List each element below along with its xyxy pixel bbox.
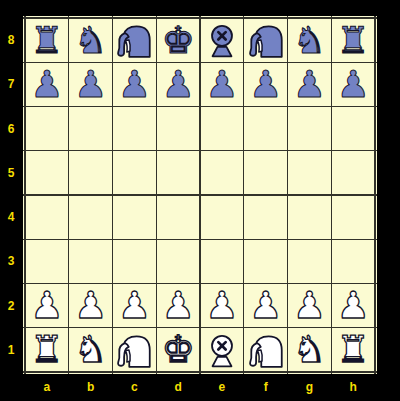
square-h7[interactable]: ♟	[331, 62, 375, 106]
square-g1[interactable]: ♞	[288, 328, 332, 372]
square-e1[interactable]	[200, 328, 244, 372]
square-c7[interactable]: ♟	[113, 62, 157, 106]
square-e6[interactable]	[200, 107, 244, 151]
rank-label-1: 1	[0, 328, 22, 372]
square-f7[interactable]: ♟	[244, 62, 288, 106]
square-h3[interactable]	[331, 239, 375, 283]
square-a5[interactable]	[25, 151, 69, 195]
square-d1[interactable]: ♚	[156, 328, 200, 372]
white-pawn-icon: ♟	[293, 287, 326, 324]
white-knight-icon: ♞	[293, 331, 326, 368]
black-pawn-icon: ♟	[30, 66, 63, 103]
square-c8[interactable]	[113, 18, 157, 62]
white-pawn-icon: ♟	[74, 287, 107, 324]
square-e7[interactable]: ♟	[200, 62, 244, 106]
file-label-g: g	[288, 374, 332, 400]
square-b5[interactable]	[69, 151, 113, 195]
white-pawn-icon: ♟	[337, 287, 370, 324]
rank-label-5: 5	[0, 151, 22, 195]
white-pawn-icon: ♟	[162, 287, 195, 324]
file-label-c: c	[113, 374, 157, 400]
square-h5[interactable]	[331, 151, 375, 195]
square-f4[interactable]	[244, 195, 288, 239]
black-king-icon: ♚	[162, 22, 195, 59]
square-g3[interactable]	[288, 239, 332, 283]
file-labels: abcdefgh	[25, 374, 375, 400]
square-f6[interactable]	[244, 107, 288, 151]
square-e2[interactable]: ♟	[200, 284, 244, 328]
black-rook-icon: ♜	[337, 22, 370, 59]
square-c4[interactable]	[113, 195, 157, 239]
white-rook-icon: ♜	[30, 331, 63, 368]
file-label-e: e	[200, 374, 244, 400]
white-ferz-icon	[201, 329, 243, 371]
square-b2[interactable]: ♟	[69, 284, 113, 328]
square-g6[interactable]	[288, 107, 332, 151]
shatranj-diagram: 87654321 ♜♞ ♚ ♞♜♟♟♟♟♟♟♟♟♟♟♟♟♟♟♟♟♜♞ ♚ ♞♜ …	[0, 0, 400, 401]
game-board: ♜♞ ♚ ♞♜♟♟♟♟♟♟♟♟♟♟♟♟♟♟♟♟♜♞ ♚ ♞♜	[23, 16, 377, 374]
square-b3[interactable]	[69, 239, 113, 283]
square-e5[interactable]	[200, 151, 244, 195]
square-g5[interactable]	[288, 151, 332, 195]
white-elephant-icon	[113, 329, 155, 371]
square-h4[interactable]	[331, 195, 375, 239]
square-a1[interactable]: ♜	[25, 328, 69, 372]
square-a4[interactable]	[25, 195, 69, 239]
rank-labels: 87654321	[0, 18, 22, 372]
square-b7[interactable]: ♟	[69, 62, 113, 106]
square-b8[interactable]: ♞	[69, 18, 113, 62]
square-g7[interactable]: ♟	[288, 62, 332, 106]
black-pawn-icon: ♟	[162, 66, 195, 103]
square-c1[interactable]	[113, 328, 157, 372]
square-e3[interactable]	[200, 239, 244, 283]
square-g2[interactable]: ♟	[288, 284, 332, 328]
square-d8[interactable]: ♚	[156, 18, 200, 62]
black-pawn-icon: ♟	[249, 66, 282, 103]
square-d7[interactable]: ♟	[156, 62, 200, 106]
square-c3[interactable]	[113, 239, 157, 283]
black-pawn-icon: ♟	[118, 66, 151, 103]
square-f5[interactable]	[244, 151, 288, 195]
white-pawn-icon: ♟	[205, 287, 238, 324]
square-g8[interactable]: ♞	[288, 18, 332, 62]
square-d2[interactable]: ♟	[156, 284, 200, 328]
white-elephant-icon	[245, 329, 287, 371]
square-d6[interactable]	[156, 107, 200, 151]
black-ferz-icon	[201, 19, 243, 61]
file-label-d: d	[156, 374, 200, 400]
rank-label-6: 6	[0, 107, 22, 151]
black-pawn-icon: ♟	[74, 66, 107, 103]
square-g4[interactable]	[288, 195, 332, 239]
square-a8[interactable]: ♜	[25, 18, 69, 62]
square-f1[interactable]	[244, 328, 288, 372]
square-b1[interactable]: ♞	[69, 328, 113, 372]
rank-label-3: 3	[0, 239, 22, 283]
file-label-h: h	[331, 374, 375, 400]
black-pawn-icon: ♟	[293, 66, 326, 103]
square-b4[interactable]	[69, 195, 113, 239]
square-f2[interactable]: ♟	[244, 284, 288, 328]
square-h2[interactable]: ♟	[331, 284, 375, 328]
square-a2[interactable]: ♟	[25, 284, 69, 328]
black-pawn-icon: ♟	[205, 66, 238, 103]
black-elephant-icon	[245, 19, 287, 61]
black-pawn-icon: ♟	[337, 66, 370, 103]
square-c5[interactable]	[113, 151, 157, 195]
square-a6[interactable]	[25, 107, 69, 151]
square-c6[interactable]	[113, 107, 157, 151]
white-rook-icon: ♜	[337, 331, 370, 368]
square-b6[interactable]	[69, 107, 113, 151]
square-h8[interactable]: ♜	[331, 18, 375, 62]
white-pawn-icon: ♟	[30, 287, 63, 324]
black-knight-icon: ♞	[74, 22, 107, 59]
square-h6[interactable]	[331, 107, 375, 151]
square-h1[interactable]: ♜	[331, 328, 375, 372]
white-pawn-icon: ♟	[249, 287, 282, 324]
square-d5[interactable]	[156, 151, 200, 195]
black-rook-icon: ♜	[30, 22, 63, 59]
rank-label-7: 7	[0, 62, 22, 106]
white-king-icon: ♚	[162, 331, 195, 368]
file-label-b: b	[69, 374, 113, 400]
rank-label-8: 8	[0, 18, 22, 62]
white-knight-icon: ♞	[74, 331, 107, 368]
square-a3[interactable]	[25, 239, 69, 283]
square-f8[interactable]	[244, 18, 288, 62]
file-label-f: f	[244, 374, 288, 400]
white-pawn-icon: ♟	[118, 287, 151, 324]
square-d4[interactable]	[156, 195, 200, 239]
square-f3[interactable]	[244, 239, 288, 283]
board-squares: ♜♞ ♚ ♞♜♟♟♟♟♟♟♟♟♟♟♟♟♟♟♟♟♜♞ ♚ ♞♜	[25, 18, 375, 372]
square-e8[interactable]	[200, 18, 244, 62]
black-knight-icon: ♞	[293, 22, 326, 59]
rank-label-2: 2	[0, 284, 22, 328]
square-a7[interactable]: ♟	[25, 62, 69, 106]
square-e4[interactable]	[200, 195, 244, 239]
file-label-a: a	[25, 374, 69, 400]
rank-label-4: 4	[0, 195, 22, 239]
square-d3[interactable]	[156, 239, 200, 283]
black-elephant-icon	[113, 19, 155, 61]
square-c2[interactable]: ♟	[113, 284, 157, 328]
